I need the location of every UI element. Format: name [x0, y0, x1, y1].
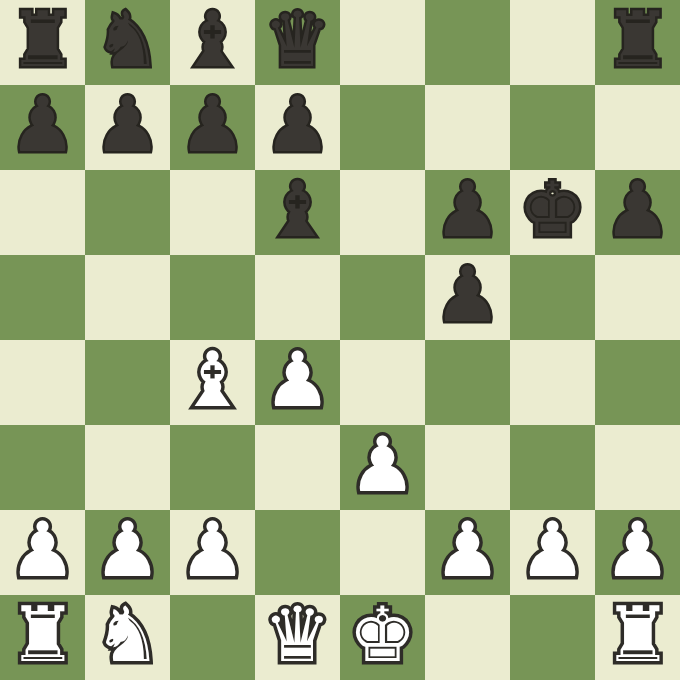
square-a6[interactable] — [0, 170, 85, 255]
square-g5[interactable] — [510, 255, 595, 340]
black-pawn[interactable]: ♟♟ — [425, 255, 510, 340]
black-pawn[interactable]: ♟♟ — [0, 85, 85, 170]
square-b7[interactable]: ♟♟ — [85, 85, 170, 170]
square-c8[interactable]: ♝♝ — [170, 0, 255, 85]
white-pawn[interactable]: ♟♟ — [255, 340, 340, 425]
square-f5[interactable]: ♟♟ — [425, 255, 510, 340]
square-h4[interactable] — [595, 340, 680, 425]
white-rook[interactable]: ♜♜ — [0, 595, 85, 680]
white-queen[interactable]: ♛♛ — [255, 595, 340, 680]
square-g1[interactable] — [510, 595, 595, 680]
white-rook[interactable]: ♜♜ — [595, 595, 680, 680]
white-knight[interactable]: ♞♞ — [85, 595, 170, 680]
chess-board: ♜♜♞♞♝♝♛♛♜♜♟♟♟♟♟♟♟♟♝♝♟♟♚♚♟♟♟♟♝♝♟♟♟♟♟♟♟♟♟♟… — [0, 0, 680, 680]
black-queen[interactable]: ♛♛ — [255, 0, 340, 85]
square-e2[interactable] — [340, 510, 425, 595]
square-e7[interactable] — [340, 85, 425, 170]
square-f7[interactable] — [425, 85, 510, 170]
square-a2[interactable]: ♟♟ — [0, 510, 85, 595]
square-d8[interactable]: ♛♛ — [255, 0, 340, 85]
square-b2[interactable]: ♟♟ — [85, 510, 170, 595]
square-b5[interactable] — [85, 255, 170, 340]
square-c6[interactable] — [170, 170, 255, 255]
square-a3[interactable] — [0, 425, 85, 510]
square-g7[interactable] — [510, 85, 595, 170]
square-e5[interactable] — [340, 255, 425, 340]
square-a7[interactable]: ♟♟ — [0, 85, 85, 170]
square-c4[interactable]: ♝♝ — [170, 340, 255, 425]
square-c7[interactable]: ♟♟ — [170, 85, 255, 170]
square-d3[interactable] — [255, 425, 340, 510]
black-bishop[interactable]: ♝♝ — [255, 170, 340, 255]
square-d4[interactable]: ♟♟ — [255, 340, 340, 425]
square-d5[interactable] — [255, 255, 340, 340]
square-f2[interactable]: ♟♟ — [425, 510, 510, 595]
square-h3[interactable] — [595, 425, 680, 510]
square-h8[interactable]: ♜♜ — [595, 0, 680, 85]
square-f1[interactable] — [425, 595, 510, 680]
square-c3[interactable] — [170, 425, 255, 510]
square-f6[interactable]: ♟♟ — [425, 170, 510, 255]
square-h1[interactable]: ♜♜ — [595, 595, 680, 680]
square-g2[interactable]: ♟♟ — [510, 510, 595, 595]
square-d6[interactable]: ♝♝ — [255, 170, 340, 255]
square-e8[interactable] — [340, 0, 425, 85]
black-pawn[interactable]: ♟♟ — [425, 170, 510, 255]
square-b4[interactable] — [85, 340, 170, 425]
square-e4[interactable] — [340, 340, 425, 425]
square-d7[interactable]: ♟♟ — [255, 85, 340, 170]
square-e3[interactable]: ♟♟ — [340, 425, 425, 510]
black-rook[interactable]: ♜♜ — [0, 0, 85, 85]
square-c1[interactable] — [170, 595, 255, 680]
square-f8[interactable] — [425, 0, 510, 85]
square-d2[interactable] — [255, 510, 340, 595]
white-king[interactable]: ♚♚ — [340, 595, 425, 680]
black-pawn[interactable]: ♟♟ — [170, 85, 255, 170]
white-pawn[interactable]: ♟♟ — [0, 510, 85, 595]
board-container: ♜♜♞♞♝♝♛♛♜♜♟♟♟♟♟♟♟♟♝♝♟♟♚♚♟♟♟♟♝♝♟♟♟♟♟♟♟♟♟♟… — [0, 0, 680, 680]
square-g6[interactable]: ♚♚ — [510, 170, 595, 255]
black-rook[interactable]: ♜♜ — [595, 0, 680, 85]
square-g3[interactable] — [510, 425, 595, 510]
square-h7[interactable] — [595, 85, 680, 170]
square-b6[interactable] — [85, 170, 170, 255]
white-pawn[interactable]: ♟♟ — [510, 510, 595, 595]
black-pawn[interactable]: ♟♟ — [255, 85, 340, 170]
square-e6[interactable] — [340, 170, 425, 255]
black-bishop[interactable]: ♝♝ — [170, 0, 255, 85]
square-f3[interactable] — [425, 425, 510, 510]
white-pawn[interactable]: ♟♟ — [595, 510, 680, 595]
square-g4[interactable] — [510, 340, 595, 425]
square-d1[interactable]: ♛♛ — [255, 595, 340, 680]
black-knight[interactable]: ♞♞ — [85, 0, 170, 85]
square-c5[interactable] — [170, 255, 255, 340]
square-h2[interactable]: ♟♟ — [595, 510, 680, 595]
square-h6[interactable]: ♟♟ — [595, 170, 680, 255]
black-pawn[interactable]: ♟♟ — [85, 85, 170, 170]
white-pawn[interactable]: ♟♟ — [170, 510, 255, 595]
square-a1[interactable]: ♜♜ — [0, 595, 85, 680]
square-b8[interactable]: ♞♞ — [85, 0, 170, 85]
white-bishop[interactable]: ♝♝ — [170, 340, 255, 425]
square-g8[interactable] — [510, 0, 595, 85]
white-pawn[interactable]: ♟♟ — [425, 510, 510, 595]
square-c2[interactable]: ♟♟ — [170, 510, 255, 595]
square-a5[interactable] — [0, 255, 85, 340]
white-pawn[interactable]: ♟♟ — [85, 510, 170, 595]
square-h5[interactable] — [595, 255, 680, 340]
black-pawn[interactable]: ♟♟ — [595, 170, 680, 255]
square-a4[interactable] — [0, 340, 85, 425]
square-f4[interactable] — [425, 340, 510, 425]
square-a8[interactable]: ♜♜ — [0, 0, 85, 85]
square-e1[interactable]: ♚♚ — [340, 595, 425, 680]
square-b1[interactable]: ♞♞ — [85, 595, 170, 680]
white-pawn[interactable]: ♟♟ — [340, 425, 425, 510]
square-b3[interactable] — [85, 425, 170, 510]
black-king[interactable]: ♚♚ — [510, 170, 595, 255]
